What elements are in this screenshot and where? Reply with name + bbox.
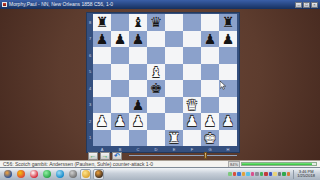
- square-a1[interactable]: [93, 130, 111, 147]
- taskbar-icon-skype[interactable]: [54, 169, 65, 180]
- whatsapp-icon: [43, 170, 51, 178]
- square-d3[interactable]: [147, 97, 165, 114]
- square-d5[interactable]: ♝: [147, 64, 165, 81]
- square-h7[interactable]: ♟: [219, 31, 237, 48]
- square-f3[interactable]: ♛: [183, 97, 201, 114]
- app-icon: [2, 2, 7, 7]
- square-c5[interactable]: [129, 64, 147, 81]
- square-e4[interactable]: [165, 80, 183, 97]
- square-f7[interactable]: [183, 31, 201, 48]
- taskbar-icon-firefox[interactable]: [2, 169, 13, 180]
- taskbar-icon-recorder[interactable]: [67, 169, 78, 180]
- square-c8[interactable]: ♝: [129, 14, 147, 31]
- square-c3[interactable]: ♟: [129, 97, 147, 114]
- square-h8[interactable]: ♜: [219, 14, 237, 31]
- square-b8[interactable]: [111, 14, 129, 31]
- square-f5[interactable]: [183, 64, 201, 81]
- square-h3[interactable]: [219, 97, 237, 114]
- media-player-icon: [95, 170, 103, 178]
- tray-icon[interactable]: [228, 172, 232, 176]
- title-bar[interactable]: Morphy,Paul - NN, New Orleans 1858 C56, …: [0, 0, 320, 9]
- square-f1[interactable]: [183, 130, 201, 147]
- square-b7[interactable]: ♟: [111, 31, 129, 48]
- square-e8[interactable]: [165, 14, 183, 31]
- square-b5[interactable]: [111, 64, 129, 81]
- square-f6[interactable]: [183, 47, 201, 64]
- square-f4[interactable]: [183, 80, 201, 97]
- square-f8[interactable]: [183, 14, 201, 31]
- skype-icon: [56, 170, 64, 178]
- takeback-button[interactable]: ↶: [112, 152, 122, 160]
- piece-white-pawn[interactable]: ♟: [132, 113, 145, 129]
- square-c7[interactable]: ♟: [129, 31, 147, 48]
- square-e3[interactable]: [165, 97, 183, 114]
- move-navigation: ← → ↶: [88, 151, 237, 160]
- system-tray: [228, 172, 290, 176]
- square-d2[interactable]: [147, 113, 165, 130]
- os-taskbar: 3:46 PM 1/25/2018: [0, 167, 320, 180]
- piece-white-pawn[interactable]: ♟: [186, 113, 199, 129]
- square-c2[interactable]: ♟: [129, 113, 147, 130]
- square-e7[interactable]: [165, 31, 183, 48]
- square-b2[interactable]: ♟: [111, 113, 129, 130]
- piece-white-pawn[interactable]: ♟: [204, 113, 217, 129]
- square-g8[interactable]: [201, 14, 219, 31]
- window-title: Morphy,Paul - NN, New Orleans 1858 C56, …: [9, 0, 293, 9]
- square-a2[interactable]: ♟: [93, 113, 111, 130]
- square-g5[interactable]: [201, 64, 219, 81]
- tray-icon[interactable]: [269, 172, 273, 176]
- piece-black-bishop[interactable]: ♝: [132, 14, 145, 30]
- square-g7[interactable]: ♟: [201, 31, 219, 48]
- square-d4[interactable]: ♚: [147, 80, 165, 97]
- square-h1[interactable]: [219, 130, 237, 147]
- taskbar-icon-whatsapp[interactable]: [41, 169, 52, 180]
- piece-black-pawn[interactable]: ♟: [204, 31, 217, 47]
- piece-white-pawn[interactable]: ♟: [96, 113, 109, 129]
- square-g4[interactable]: [201, 80, 219, 97]
- square-e5[interactable]: [165, 64, 183, 81]
- forward-button[interactable]: →: [100, 152, 110, 160]
- square-e1[interactable]: ♜: [165, 130, 183, 147]
- square-f2[interactable]: ♟: [183, 113, 201, 130]
- square-d6[interactable]: [147, 47, 165, 64]
- folder-icon: [82, 170, 90, 178]
- minimize-button[interactable]: –: [295, 2, 302, 8]
- piece-black-rook[interactable]: ♜: [96, 14, 109, 30]
- slider-track: [129, 155, 237, 156]
- tray-icon[interactable]: [273, 172, 277, 176]
- piece-black-pawn[interactable]: ♟: [132, 31, 145, 47]
- tray-icon[interactable]: [237, 172, 241, 176]
- square-g6[interactable]: [201, 47, 219, 64]
- square-a6[interactable]: [93, 47, 111, 64]
- square-d1[interactable]: [147, 130, 165, 147]
- tray-icon[interactable]: [264, 172, 268, 176]
- status-bar: C56: Scotch gambit: Anderssen (Paulsen, …: [0, 160, 320, 167]
- main-area: 8♜♝♛♜7♟♟♟♟♟65♝4♚3♟♛2♟♟♟♟♟♟1♜♚ABCDEFGH ← …: [0, 9, 320, 160]
- square-h2[interactable]: ♟: [219, 113, 237, 130]
- back-button[interactable]: ←: [88, 152, 98, 160]
- taskbar-icon-media-player[interactable]: [93, 169, 104, 180]
- taskbar-icon-folder[interactable]: [80, 169, 91, 180]
- square-a7[interactable]: ♟: [93, 31, 111, 48]
- piece-black-pawn[interactable]: ♟: [132, 97, 145, 113]
- app-window: Morphy,Paul - NN, New Orleans 1858 C56, …: [0, 0, 320, 180]
- square-c4[interactable]: [129, 80, 147, 97]
- game-progress-slider[interactable]: [129, 151, 237, 160]
- square-g2[interactable]: ♟: [201, 113, 219, 130]
- piece-white-king[interactable]: ♚: [204, 130, 217, 146]
- taskbar-icon-opera[interactable]: [28, 169, 39, 180]
- piece-white-pawn[interactable]: ♟: [114, 113, 127, 129]
- tray-icon[interactable]: [260, 172, 264, 176]
- square-e6[interactable]: [165, 47, 183, 64]
- square-a5[interactable]: [93, 64, 111, 81]
- recorder-icon: [69, 170, 77, 178]
- square-a4[interactable]: [93, 80, 111, 97]
- square-b4[interactable]: [111, 80, 129, 97]
- tray-icon[interactable]: [278, 172, 282, 176]
- square-g3[interactable]: [201, 97, 219, 114]
- tray-icon[interactable]: [282, 172, 286, 176]
- tray-icon[interactable]: [287, 172, 291, 176]
- square-c1[interactable]: [129, 130, 147, 147]
- piece-black-pawn[interactable]: ♟: [96, 31, 109, 47]
- tray-icon[interactable]: [242, 172, 246, 176]
- square-c6[interactable]: [129, 47, 147, 64]
- opera-icon: [30, 170, 38, 178]
- tray-icon[interactable]: [251, 172, 255, 176]
- square-b6[interactable]: [111, 47, 129, 64]
- square-b1[interactable]: [111, 130, 129, 147]
- mouse-cursor-icon: [220, 76, 226, 94]
- move-slider-handle[interactable]: [204, 152, 207, 159]
- square-b3[interactable]: [111, 97, 129, 114]
- chrome-icon: [17, 170, 25, 178]
- square-a3[interactable]: [93, 97, 111, 114]
- tray-icon[interactable]: [246, 172, 250, 176]
- piece-black-pawn[interactable]: ♟: [114, 31, 127, 47]
- meter-fill: [242, 163, 312, 165]
- clock-date: 1/25/2018: [297, 174, 315, 179]
- tray-icon[interactable]: [233, 172, 237, 176]
- firefox-icon: [4, 170, 12, 178]
- piece-black-king[interactable]: ♚: [150, 80, 163, 96]
- taskbar-icon-chrome[interactable]: [15, 169, 26, 180]
- piece-white-bishop[interactable]: ♝: [150, 64, 163, 80]
- window-controls: – □ ×: [295, 2, 318, 8]
- piece-black-rook[interactable]: ♜: [222, 14, 235, 30]
- square-g1[interactable]: ♚: [201, 130, 219, 147]
- tray-icon[interactable]: [255, 172, 259, 176]
- piece-black-queen[interactable]: ♛: [150, 14, 163, 30]
- piece-white-queen[interactable]: ♛: [186, 97, 199, 113]
- chess-board: 8♜♝♛♜7♟♟♟♟♟65♝4♚3♟♛2♟♟♟♟♟♟1♜♚ABCDEFGH: [86, 12, 240, 153]
- taskbar-icons: [2, 169, 228, 180]
- piece-white-rook[interactable]: ♜: [168, 130, 181, 146]
- square-d8[interactable]: ♛: [147, 14, 165, 31]
- square-h6[interactable]: [219, 47, 237, 64]
- meter-bar: [241, 162, 317, 166]
- piece-white-pawn[interactable]: ♟: [222, 113, 235, 129]
- close-button[interactable]: ×: [311, 2, 318, 8]
- piece-black-pawn[interactable]: ♟: [222, 31, 235, 47]
- maximize-button[interactable]: □: [303, 2, 310, 8]
- taskbar-clock[interactable]: 3:46 PM 1/25/2018: [293, 170, 318, 179]
- square-d7[interactable]: [147, 31, 165, 48]
- square-a8[interactable]: ♜: [93, 14, 111, 31]
- square-e2[interactable]: [165, 113, 183, 130]
